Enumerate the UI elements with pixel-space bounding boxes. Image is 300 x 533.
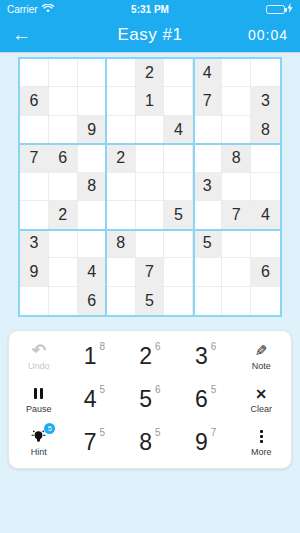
cell-r4c6[interactable] bbox=[164, 144, 193, 172]
cell-r7c6[interactable] bbox=[164, 230, 193, 258]
cell-r9c5[interactable]: 5 bbox=[136, 287, 165, 315]
battery-icon bbox=[266, 5, 285, 14]
cell-r6c1[interactable] bbox=[20, 201, 49, 229]
cell-r8c5[interactable]: 7 bbox=[136, 258, 165, 286]
hint-count-badge: 5 bbox=[44, 423, 55, 434]
cell-r5c1[interactable] bbox=[20, 173, 49, 201]
cell-r1c4[interactable] bbox=[107, 59, 136, 87]
charging-bolt-icon bbox=[287, 3, 293, 15]
cell-r1c8[interactable] bbox=[222, 59, 251, 87]
cell-r7c8[interactable] bbox=[222, 230, 251, 258]
board-frame: 2461739487628832574385947665 bbox=[18, 57, 282, 317]
digit-2-button[interactable]: 2 6 bbox=[135, 343, 164, 370]
cell-r5c8[interactable] bbox=[222, 173, 251, 201]
digit-7-value: 7 bbox=[84, 431, 97, 454]
cell-r3c1[interactable] bbox=[20, 116, 49, 144]
cell-r3c2[interactable] bbox=[49, 116, 78, 144]
cell-r7c1[interactable]: 3 bbox=[20, 230, 49, 258]
digit-1-value: 1 bbox=[84, 345, 97, 368]
cell-r9c2[interactable] bbox=[49, 287, 78, 315]
cell-r7c2[interactable] bbox=[49, 230, 78, 258]
more-button[interactable]: More bbox=[251, 429, 272, 457]
cell-r5c2[interactable] bbox=[49, 173, 78, 201]
hint-label: Hint bbox=[31, 447, 47, 457]
digit-4-value: 4 bbox=[84, 388, 97, 411]
cell-r6c3[interactable] bbox=[78, 201, 107, 229]
cell-r9c4[interactable] bbox=[107, 287, 136, 315]
cell-r4c3[interactable] bbox=[78, 144, 107, 172]
cell-r3c4[interactable] bbox=[107, 116, 136, 144]
cell-r8c6[interactable] bbox=[164, 258, 193, 286]
digit-7-count: 5 bbox=[100, 428, 106, 438]
cell-r5c7[interactable]: 3 bbox=[193, 173, 222, 201]
game-timer: 00:04 bbox=[248, 27, 288, 43]
digit-2-count: 6 bbox=[155, 342, 161, 352]
digit-8-button[interactable]: 8 5 bbox=[135, 429, 164, 456]
digit-5-value: 5 bbox=[139, 388, 152, 411]
clear-button[interactable]: ✕ Clear bbox=[250, 386, 272, 414]
cell-r4c8[interactable]: 8 bbox=[222, 144, 251, 172]
battery-tip bbox=[285, 8, 287, 12]
cell-r7c9[interactable] bbox=[251, 230, 280, 258]
cell-r6c2[interactable]: 2 bbox=[49, 201, 78, 229]
digit-3-button[interactable]: 3 6 bbox=[191, 343, 220, 370]
cell-r1c9[interactable] bbox=[251, 59, 280, 87]
digit-2-value: 2 bbox=[139, 345, 152, 368]
cell-r4c5[interactable] bbox=[136, 144, 165, 172]
cell-r3c8[interactable] bbox=[222, 116, 251, 144]
cell-r2c4[interactable] bbox=[107, 87, 136, 115]
status-bar: Carrier 5:31 PM bbox=[0, 0, 300, 18]
status-time: 5:31 PM bbox=[0, 4, 300, 15]
more-label: More bbox=[251, 447, 272, 457]
digit-1-button[interactable]: 1 8 bbox=[80, 343, 109, 370]
cell-r6c8[interactable]: 7 bbox=[222, 201, 251, 229]
cell-r6c4[interactable] bbox=[107, 201, 136, 229]
digit-8-count: 5 bbox=[155, 428, 161, 438]
hint-icon-wrap: 5 bbox=[30, 429, 47, 445]
cell-r1c5[interactable]: 2 bbox=[136, 59, 165, 87]
cell-r3c9[interactable]: 8 bbox=[251, 116, 280, 144]
cell-r2c5[interactable]: 1 bbox=[136, 87, 165, 115]
cell-r8c3[interactable]: 4 bbox=[78, 258, 107, 286]
cell-r1c6[interactable] bbox=[164, 59, 193, 87]
cell-r5c4[interactable] bbox=[107, 173, 136, 201]
note-button[interactable]: ✎ Note bbox=[252, 343, 271, 371]
cell-r4c1[interactable]: 7 bbox=[20, 144, 49, 172]
cell-r8c8[interactable] bbox=[222, 258, 251, 286]
cell-r9c9[interactable] bbox=[251, 287, 280, 315]
cell-r9c6[interactable] bbox=[164, 287, 193, 315]
clear-x-icon: ✕ bbox=[255, 386, 267, 402]
cell-r9c7[interactable] bbox=[193, 287, 222, 315]
status-right bbox=[266, 3, 293, 15]
cell-r1c3[interactable] bbox=[78, 59, 107, 87]
digit-1-count: 8 bbox=[100, 342, 106, 352]
pause-label: Pause bbox=[26, 404, 52, 414]
keypad-panel: ↶ Undo 1 8 2 6 3 6 ✎ Note Pause 4 5 5 6 … bbox=[8, 330, 292, 469]
hint-button[interactable]: 5 Hint bbox=[30, 429, 47, 457]
clear-label: Clear bbox=[250, 404, 272, 414]
cell-r9c1[interactable] bbox=[20, 287, 49, 315]
cell-r3c5[interactable] bbox=[136, 116, 165, 144]
cell-r3c6[interactable]: 4 bbox=[164, 116, 193, 144]
digit-6-button[interactable]: 6 5 bbox=[191, 386, 220, 413]
cell-r6c6[interactable]: 5 bbox=[164, 201, 193, 229]
undo-button[interactable]: ↶ Undo bbox=[28, 343, 50, 371]
cell-r4c7[interactable] bbox=[193, 144, 222, 172]
cell-r1c7[interactable]: 4 bbox=[193, 59, 222, 87]
cell-r7c3[interactable] bbox=[78, 230, 107, 258]
cell-r1c2[interactable] bbox=[49, 59, 78, 87]
cell-r2c8[interactable] bbox=[222, 87, 251, 115]
cell-r6c9[interactable]: 4 bbox=[251, 201, 280, 229]
digit-3-count: 6 bbox=[211, 342, 217, 352]
cell-r9c8[interactable] bbox=[222, 287, 251, 315]
cell-r5c9[interactable] bbox=[251, 173, 280, 201]
digit-6-value: 6 bbox=[195, 388, 208, 411]
cell-r4c2[interactable]: 6 bbox=[49, 144, 78, 172]
pause-button[interactable]: Pause bbox=[26, 386, 52, 414]
note-label: Note bbox=[252, 361, 271, 371]
cell-r2c2[interactable] bbox=[49, 87, 78, 115]
digit-9-button[interactable]: 9 7 bbox=[191, 429, 220, 456]
cell-r8c7[interactable] bbox=[193, 258, 222, 286]
cell-r4c4[interactable]: 2 bbox=[107, 144, 136, 172]
cell-r1c1[interactable] bbox=[20, 59, 49, 87]
cell-r7c5[interactable] bbox=[136, 230, 165, 258]
digit-5-button[interactable]: 5 6 bbox=[135, 386, 164, 413]
cell-r2c1[interactable]: 6 bbox=[20, 87, 49, 115]
digit-4-count: 5 bbox=[100, 385, 106, 395]
cell-r3c3[interactable]: 9 bbox=[78, 116, 107, 144]
cell-r6c5[interactable] bbox=[136, 201, 165, 229]
digit-9-count: 7 bbox=[211, 428, 217, 438]
digit-3-value: 3 bbox=[195, 345, 208, 368]
cell-r2c6[interactable] bbox=[164, 87, 193, 115]
more-dots-icon bbox=[260, 429, 263, 445]
cell-r4c9[interactable] bbox=[251, 144, 280, 172]
cell-r9c3[interactable]: 6 bbox=[78, 287, 107, 315]
cell-r8c9[interactable]: 6 bbox=[251, 258, 280, 286]
digit-8-value: 8 bbox=[139, 431, 152, 454]
cell-r8c4[interactable] bbox=[107, 258, 136, 286]
digit-5-count: 6 bbox=[155, 385, 161, 395]
digit-4-button[interactable]: 4 5 bbox=[80, 386, 109, 413]
digit-6-count: 5 bbox=[211, 385, 217, 395]
cell-r8c2[interactable] bbox=[49, 258, 78, 286]
pause-icon bbox=[34, 386, 43, 402]
sudoku-board: 2461739487628832574385947665 bbox=[18, 57, 282, 317]
cell-r2c7[interactable]: 7 bbox=[193, 87, 222, 115]
cell-r7c7[interactable]: 5 bbox=[193, 230, 222, 258]
pencil-icon: ✎ bbox=[255, 343, 268, 359]
cell-r3c7[interactable] bbox=[193, 116, 222, 144]
cell-r5c6[interactable] bbox=[164, 173, 193, 201]
cell-r7c4[interactable]: 8 bbox=[107, 230, 136, 258]
digit-7-button[interactable]: 7 5 bbox=[80, 429, 109, 456]
cell-r6c7[interactable] bbox=[193, 201, 222, 229]
digit-9-value: 9 bbox=[195, 431, 208, 454]
undo-icon: ↶ bbox=[32, 343, 46, 359]
header: ← Easy #1 00:04 bbox=[0, 18, 300, 52]
cell-r5c5[interactable] bbox=[136, 173, 165, 201]
cell-r2c9[interactable]: 3 bbox=[251, 87, 280, 115]
undo-label: Undo bbox=[28, 361, 50, 371]
cell-r5c3[interactable]: 8 bbox=[78, 173, 107, 201]
cell-r2c3[interactable] bbox=[78, 87, 107, 115]
cell-r8c1[interactable]: 9 bbox=[20, 258, 49, 286]
